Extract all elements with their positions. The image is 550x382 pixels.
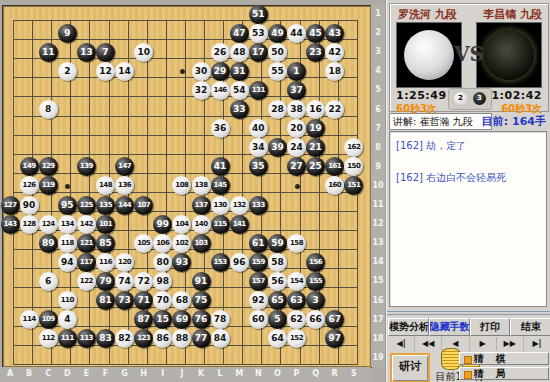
stone-72: 72 [134,272,153,291]
stone-61: 61 [249,234,268,253]
stone-115: 115 [211,215,230,234]
stone-90: 90 [20,196,39,215]
stone-73: 73 [115,291,134,310]
stone-94: 94 [58,253,77,272]
row-labels: 12345678910111213141516171819 [371,5,385,367]
row-label-17: 17 [371,315,385,324]
stone-10: 10 [134,43,153,62]
stone-33: 33 [230,100,249,119]
stone-102: 102 [172,234,191,253]
row-label-18: 18 [371,334,385,343]
stone-49: 49 [268,24,287,43]
col-label-L: L [213,369,227,378]
stone-62: 62 [287,310,306,329]
commentator-field[interactable]: 讲解: 崔哲瀚 九段 [389,113,492,130]
stone-121: 121 [77,234,96,253]
stone-59: 59 [268,234,287,253]
commentary-line: [162] 劫，定了 [396,139,540,153]
stone-6: 6 [39,272,58,291]
stone-142: 142 [77,215,96,234]
stone-5: 5 [268,310,287,329]
row-label-3: 3 [371,47,385,56]
toolbar-button-3[interactable]: 结束 [510,318,550,336]
stone-64: 64 [268,329,287,348]
stone-124: 124 [39,215,58,234]
stone-111: 111 [58,329,77,348]
col-label-N: N [251,369,265,378]
stone-107: 107 [134,196,153,215]
stone-3: 3 [306,291,325,310]
stone-127: 127 [1,196,20,215]
col-label-D: D [60,369,74,378]
row-label-9: 9 [371,162,385,171]
row-label-16: 16 [371,296,385,305]
stone-159: 159 [249,253,268,272]
stone-17: 17 [249,43,268,62]
stone-65: 65 [268,291,287,310]
stone-56: 56 [268,272,287,291]
row-label-8: 8 [371,143,385,152]
col-label-H: H [137,369,151,378]
stone-112: 112 [39,329,58,348]
stone-78: 78 [211,310,230,329]
stone-128: 128 [20,215,39,234]
toolbar: 模势分析隐藏手数打印结束 [388,318,550,336]
stone-129: 129 [39,157,58,176]
stone-45: 45 [306,24,325,43]
stone-8: 8 [39,100,58,119]
stone-20: 20 [287,119,306,138]
vs-label: VS [390,42,548,66]
stone-146: 146 [211,81,230,100]
nav-button-4[interactable]: ▶▶ [497,337,524,351]
stone-42: 42 [325,43,344,62]
stone-37: 37 [287,81,306,100]
stone-28: 28 [268,100,287,119]
stone-40: 40 [249,119,268,138]
stone-13: 13 [77,43,96,62]
stone-91: 91 [192,272,211,291]
go-client-window: ABCDEFGHIJKLMNOPQRS 12345678910111213141… [0,0,550,382]
stone-38: 38 [287,100,306,119]
stone-55: 55 [268,62,287,81]
stone-32: 32 [192,81,211,100]
col-label-Q: Q [309,369,323,378]
stone-43: 43 [325,24,344,43]
col-label-A: A [3,369,17,378]
white-player-name: 罗洗河 九段 [398,7,457,22]
row-label-5: 5 [371,85,385,94]
col-label-I: I [156,369,170,378]
stone-18: 18 [325,62,344,81]
row-label-1: 1 [371,9,385,18]
stone-144: 144 [115,196,134,215]
stone-96: 96 [230,253,249,272]
toolbar-button-0[interactable]: 模势分析 [388,318,429,336]
stone-145: 145 [211,176,230,195]
stone-35: 35 [249,157,268,176]
stone-132: 132 [230,196,249,215]
stone-36: 36 [211,119,230,138]
stone-12: 12 [96,62,115,81]
stone-47: 47 [230,24,249,43]
stone-138: 138 [192,176,211,195]
row-label-13: 13 [371,238,385,247]
stone-29: 29 [211,62,230,81]
black-player-name: 李昌镐 九段 [483,7,542,22]
row-label-12: 12 [371,219,385,228]
row-label-14: 14 [371,257,385,266]
stone-130: 130 [211,196,230,215]
stone-149: 149 [20,157,39,176]
stone-2: 2 [58,62,77,81]
row-label-7: 7 [371,124,385,133]
stone-137: 137 [192,196,211,215]
col-label-J: J [175,369,189,378]
col-label-C: C [41,369,55,378]
stone-104: 104 [172,215,191,234]
stone-158: 158 [287,234,306,253]
stone-39: 39 [268,138,287,157]
side-panel: 罗洗河 九段 李昌镐 九段 VS 1:25:49 1:02:42 2 3 60秒… [385,0,550,382]
stone-60: 60 [249,310,268,329]
stone-indicator-tray: 2 3 [448,88,492,110]
orange-bullet-icon [464,356,472,364]
stone-92: 92 [249,291,268,310]
stone-54: 54 [230,81,249,100]
row-label-11: 11 [371,200,385,209]
stone-119: 119 [39,176,58,195]
column-labels: ABCDEFGHIJKLMNOPQRS [0,367,371,382]
stone-1: 1 [287,62,306,81]
stone-103: 103 [192,234,211,253]
black-clock: 1:02:42 [491,89,542,102]
col-label-G: G [118,369,132,378]
move-count: 目前: 164手 [482,114,546,129]
stone-74: 74 [115,272,134,291]
toolbar-button-1[interactable]: 隐藏手数 [429,318,470,336]
stone-9: 9 [58,24,77,43]
stone-116: 116 [96,253,115,272]
stone-30: 30 [192,62,211,81]
stone-85: 85 [96,234,115,253]
stone-118: 118 [58,234,77,253]
white-indicator-stone: 2 [454,92,467,105]
stone-41: 41 [211,157,230,176]
stone-134: 134 [58,215,77,234]
stone-109: 109 [39,310,58,329]
guess-move-button[interactable]: 猜 棋 [459,352,549,365]
col-label-P: P [290,369,304,378]
stone-143: 143 [1,215,20,234]
stone-79: 79 [96,272,115,291]
stone-153: 153 [211,253,230,272]
row-label-19: 19 [371,353,385,362]
nav-button-0[interactable]: ◀| [388,337,415,351]
col-label-S: S [347,369,361,378]
stone-89: 89 [39,234,58,253]
stone-48: 48 [230,43,249,62]
row-label-10: 10 [371,181,385,190]
stone-141: 141 [230,215,249,234]
stone-80: 80 [153,253,172,272]
stone-53: 53 [249,24,268,43]
row-label-6: 6 [371,105,385,114]
col-label-B: B [22,369,36,378]
stone-113: 113 [77,329,96,348]
stone-95: 95 [58,196,77,215]
stone-81: 81 [96,291,115,310]
stone-63: 63 [287,291,306,310]
stone-16: 16 [306,100,325,119]
stone-156: 156 [306,253,325,272]
star-point [295,184,300,189]
col-label-M: M [232,369,246,378]
stone-101: 101 [96,215,115,234]
row-label-4: 4 [371,66,385,75]
stone-110: 110 [58,291,77,310]
stone-106: 106 [153,234,172,253]
stone-105: 105 [134,234,153,253]
stone-99: 99 [153,215,172,234]
stone-140: 140 [192,215,211,234]
white-clock: 1:25:49 [396,89,447,102]
stone-51: 51 [249,5,268,24]
players-box: 罗洗河 九段 李昌镐 九段 VS 1:25:49 1:02:42 2 3 60秒… [389,3,549,112]
stone-114: 114 [20,310,39,329]
guess-game-button[interactable]: 猜 局 [459,367,549,380]
stone-122: 122 [77,272,96,291]
commentary-box[interactable]: [162] 劫，定了 [162] 右边白不会轻易死 [389,131,547,307]
col-label-E: E [79,369,93,378]
stone-26: 26 [211,43,230,62]
row-label-2: 2 [371,28,385,37]
stone-7: 7 [96,43,115,62]
stone-77: 77 [192,329,211,348]
stone-14: 14 [115,62,134,81]
stone-84: 84 [211,329,230,348]
stone-4: 4 [58,310,77,329]
col-label-R: R [328,369,342,378]
stone-120: 120 [115,253,134,272]
stone-126: 126 [20,176,39,195]
black-indicator-stone: 3 [473,92,486,105]
stone-75: 75 [192,291,211,310]
board-area: ABCDEFGHIJKLMNOPQRS 12345678910111213141… [0,0,385,382]
row-label-15: 15 [371,276,385,285]
commentary-line: [162] 右边白不会轻易死 [396,171,540,185]
stone-117: 117 [77,253,96,272]
stone-154: 154 [287,272,306,291]
stone-58: 58 [268,253,287,272]
col-label-O: O [270,369,284,378]
stone-34: 34 [249,138,268,157]
stone-44: 44 [287,24,306,43]
stone-31: 31 [230,62,249,81]
stone-157: 157 [249,272,268,291]
stone-133: 133 [249,196,268,215]
nav-button-5[interactable]: ▶| [524,337,550,351]
stone-155: 155 [306,272,325,291]
col-label-K: K [194,369,208,378]
stone-131: 131 [249,81,268,100]
orange-bullet-icon [464,371,472,379]
stone-11: 11 [39,43,58,62]
stone-23: 23 [306,43,325,62]
stone-135: 135 [96,196,115,215]
stone-50: 50 [268,43,287,62]
stone-125: 125 [77,196,96,215]
toolbar-button-2[interactable]: 打印 [470,318,511,336]
panel-splitter[interactable] [387,309,550,318]
stone-76: 76 [192,310,211,329]
col-label-F: F [99,369,113,378]
